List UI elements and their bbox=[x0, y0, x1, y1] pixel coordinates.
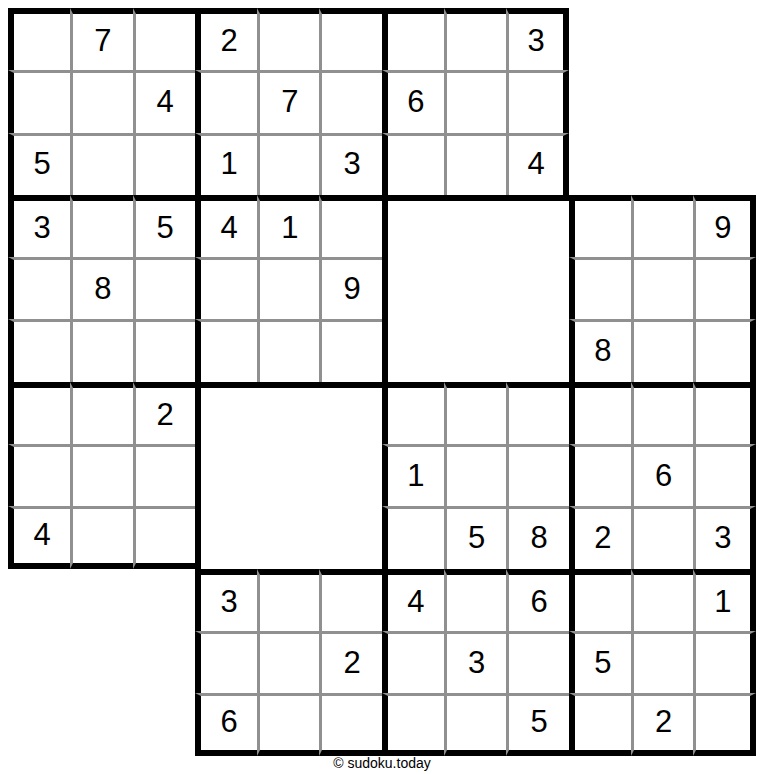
cell-r8c8[interactable] bbox=[444, 444, 506, 506]
cell-r10c5[interactable] bbox=[257, 569, 319, 631]
cell-r10c6[interactable] bbox=[319, 569, 381, 631]
cell-r3c3[interactable] bbox=[133, 133, 195, 195]
cell-r10c7[interactable]: 4 bbox=[382, 569, 444, 631]
cell-r3c9[interactable]: 4 bbox=[506, 133, 568, 195]
cell-r4c11[interactable] bbox=[631, 195, 693, 257]
cell-r3c8[interactable] bbox=[444, 133, 506, 195]
cell-r7c10[interactable] bbox=[569, 382, 631, 444]
cell-r12c12[interactable] bbox=[693, 693, 755, 755]
outside-region bbox=[133, 693, 195, 755]
cell-r6c3[interactable] bbox=[133, 319, 195, 381]
cell-r12c5[interactable] bbox=[257, 693, 319, 755]
cell-r12c4[interactable]: 6 bbox=[195, 693, 257, 755]
cell-r1c7[interactable] bbox=[382, 8, 444, 70]
cell-r4c10[interactable] bbox=[569, 195, 631, 257]
void-box-region bbox=[382, 319, 444, 381]
cell-r3c2[interactable] bbox=[70, 133, 132, 195]
cell-r4c5[interactable]: 1 bbox=[257, 195, 319, 257]
cell-r6c1[interactable] bbox=[8, 319, 70, 381]
cell-r8c1[interactable] bbox=[8, 444, 70, 506]
cell-r8c7[interactable]: 1 bbox=[382, 444, 444, 506]
void-box-region bbox=[506, 195, 568, 257]
cell-r9c8[interactable]: 5 bbox=[444, 506, 506, 568]
cell-r10c11[interactable] bbox=[631, 569, 693, 631]
cell-r10c12[interactable]: 1 bbox=[693, 569, 755, 631]
cell-r10c4[interactable]: 3 bbox=[195, 569, 257, 631]
outside-region bbox=[631, 133, 693, 195]
void-box-region bbox=[444, 195, 506, 257]
cell-r11c11[interactable] bbox=[631, 631, 693, 693]
cell-r2c6[interactable] bbox=[319, 70, 381, 132]
outside-region bbox=[133, 631, 195, 693]
cell-r5c6[interactable]: 9 bbox=[319, 257, 381, 319]
cell-r5c5[interactable] bbox=[257, 257, 319, 319]
cell-r12c11[interactable]: 2 bbox=[631, 693, 693, 755]
cell-r3c4[interactable]: 1 bbox=[195, 133, 257, 195]
cell-r11c6[interactable]: 2 bbox=[319, 631, 381, 693]
void-box-region bbox=[319, 382, 381, 444]
cell-r10c10[interactable] bbox=[569, 569, 631, 631]
cell-r12c9[interactable]: 5 bbox=[506, 693, 568, 755]
cell-r11c7[interactable] bbox=[382, 631, 444, 693]
cell-r8c12[interactable] bbox=[693, 444, 755, 506]
cell-r1c2[interactable]: 7 bbox=[70, 8, 132, 70]
void-box-region bbox=[319, 506, 381, 568]
cell-r2c2[interactable] bbox=[70, 70, 132, 132]
cell-r4c6[interactable] bbox=[319, 195, 381, 257]
cell-r3c5[interactable] bbox=[257, 133, 319, 195]
cell-r8c2[interactable] bbox=[70, 444, 132, 506]
cell-r2c3[interactable]: 4 bbox=[133, 70, 195, 132]
cell-r10c8[interactable] bbox=[444, 569, 506, 631]
void-box-region bbox=[506, 257, 568, 319]
cell-r6c4[interactable] bbox=[195, 319, 257, 381]
cell-r7c9[interactable] bbox=[506, 382, 568, 444]
cell-r10c9[interactable]: 6 bbox=[506, 569, 568, 631]
cell-r6c12[interactable] bbox=[693, 319, 755, 381]
outside-region bbox=[569, 8, 631, 70]
cell-r8c10[interactable] bbox=[569, 444, 631, 506]
void-box-region bbox=[382, 257, 444, 319]
void-box-region bbox=[506, 319, 568, 381]
cell-r4c12[interactable]: 9 bbox=[693, 195, 755, 257]
cell-r8c3[interactable] bbox=[133, 444, 195, 506]
outside-region bbox=[70, 569, 132, 631]
outside-region bbox=[693, 133, 755, 195]
cell-r4c3[interactable]: 5 bbox=[133, 195, 195, 257]
void-box-region bbox=[257, 382, 319, 444]
cell-r9c9[interactable]: 8 bbox=[506, 506, 568, 568]
void-box-region bbox=[444, 319, 506, 381]
cell-r5c1[interactable] bbox=[8, 257, 70, 319]
outside-region bbox=[693, 8, 755, 70]
cell-r1c9[interactable]: 3 bbox=[506, 8, 568, 70]
cell-r6c6[interactable] bbox=[319, 319, 381, 381]
cell-r2c7[interactable]: 6 bbox=[382, 70, 444, 132]
outside-region bbox=[631, 70, 693, 132]
void-box-region bbox=[195, 444, 257, 506]
sudoku-board: 723476513435419898216458233461235652 bbox=[8, 8, 756, 756]
void-box-region bbox=[257, 506, 319, 568]
outside-region bbox=[70, 693, 132, 755]
void-box-region bbox=[382, 195, 444, 257]
outside-region bbox=[8, 569, 70, 631]
cell-r3c1[interactable]: 5 bbox=[8, 133, 70, 195]
cell-r2c1[interactable] bbox=[8, 70, 70, 132]
cell-r7c3[interactable]: 2 bbox=[133, 382, 195, 444]
cell-r3c7[interactable] bbox=[382, 133, 444, 195]
cell-r5c4[interactable] bbox=[195, 257, 257, 319]
cell-r7c7[interactable] bbox=[382, 382, 444, 444]
cell-r9c3[interactable] bbox=[133, 506, 195, 568]
outside-region bbox=[8, 693, 70, 755]
cell-r7c2[interactable] bbox=[70, 382, 132, 444]
cell-r6c11[interactable] bbox=[631, 319, 693, 381]
cell-r9c2[interactable] bbox=[70, 506, 132, 568]
cell-r5c2[interactable]: 8 bbox=[70, 257, 132, 319]
cell-r11c9[interactable] bbox=[506, 631, 568, 693]
cell-r9c7[interactable] bbox=[382, 506, 444, 568]
cell-r4c2[interactable] bbox=[70, 195, 132, 257]
cell-r8c11[interactable]: 6 bbox=[631, 444, 693, 506]
cell-r2c8[interactable] bbox=[444, 70, 506, 132]
cell-r9c11[interactable] bbox=[631, 506, 693, 568]
cell-r4c4[interactable]: 4 bbox=[195, 195, 257, 257]
cell-r2c9[interactable] bbox=[506, 70, 568, 132]
void-box-region bbox=[257, 444, 319, 506]
puzzle-page: 723476513435419898216458233461235652 © s… bbox=[0, 0, 764, 774]
cell-r11c10[interactable]: 5 bbox=[569, 631, 631, 693]
cell-r5c11[interactable] bbox=[631, 257, 693, 319]
cell-r1c3[interactable] bbox=[133, 8, 195, 70]
cell-r9c1[interactable]: 4 bbox=[8, 506, 70, 568]
cell-r8c9[interactable] bbox=[506, 444, 568, 506]
cell-r11c4[interactable] bbox=[195, 631, 257, 693]
outside-region bbox=[569, 70, 631, 132]
cell-r5c3[interactable] bbox=[133, 257, 195, 319]
cell-r12c7[interactable] bbox=[382, 693, 444, 755]
cell-r6c10[interactable]: 8 bbox=[569, 319, 631, 381]
void-box-region bbox=[319, 444, 381, 506]
cell-r9c12[interactable]: 3 bbox=[693, 506, 755, 568]
cell-r6c2[interactable] bbox=[70, 319, 132, 381]
cell-r7c11[interactable] bbox=[631, 382, 693, 444]
cell-r4c1[interactable]: 3 bbox=[8, 195, 70, 257]
cell-r1c8[interactable] bbox=[444, 8, 506, 70]
outside-region bbox=[133, 569, 195, 631]
outside-region bbox=[569, 133, 631, 195]
cell-r3c6[interactable]: 3 bbox=[319, 133, 381, 195]
cell-r2c4[interactable] bbox=[195, 70, 257, 132]
cell-r6c5[interactable] bbox=[257, 319, 319, 381]
cell-r2c5[interactable]: 7 bbox=[257, 70, 319, 132]
copyright-caption: © sudoku.today bbox=[8, 755, 756, 771]
void-box-region bbox=[195, 382, 257, 444]
cell-r11c5[interactable] bbox=[257, 631, 319, 693]
cell-r12c6[interactable] bbox=[319, 693, 381, 755]
void-box-region bbox=[444, 257, 506, 319]
void-box-region bbox=[195, 506, 257, 568]
cell-r11c12[interactable] bbox=[693, 631, 755, 693]
cell-r1c4[interactable]: 2 bbox=[195, 8, 257, 70]
cell-r12c10[interactable] bbox=[569, 693, 631, 755]
outside-region bbox=[70, 631, 132, 693]
cell-r5c12[interactable] bbox=[693, 257, 755, 319]
cell-r1c1[interactable] bbox=[8, 8, 70, 70]
cell-r12c8[interactable] bbox=[444, 693, 506, 755]
cell-r9c10[interactable]: 2 bbox=[569, 506, 631, 568]
outside-region bbox=[693, 70, 755, 132]
cell-r7c1[interactable] bbox=[8, 382, 70, 444]
cell-r7c8[interactable] bbox=[444, 382, 506, 444]
cell-r1c5[interactable] bbox=[257, 8, 319, 70]
outside-region bbox=[631, 8, 693, 70]
cell-r5c10[interactable] bbox=[569, 257, 631, 319]
cell-r11c8[interactable]: 3 bbox=[444, 631, 506, 693]
outside-region bbox=[8, 631, 70, 693]
cell-r1c6[interactable] bbox=[319, 8, 381, 70]
cell-r7c12[interactable] bbox=[693, 382, 755, 444]
